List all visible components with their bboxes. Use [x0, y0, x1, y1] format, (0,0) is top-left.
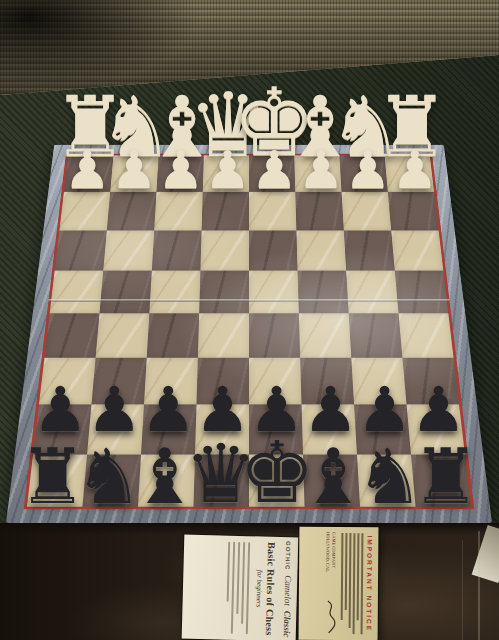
square-a5[interactable]	[44, 313, 99, 358]
signature-scribble	[324, 599, 338, 635]
square-c5[interactable]	[147, 313, 199, 358]
square-b5[interactable]	[96, 313, 150, 358]
piece-white-pawn-e2[interactable]: ♟	[251, 144, 298, 196]
fine-print-line	[361, 533, 363, 634]
square-e5[interactable]	[249, 313, 300, 358]
fine-print-line	[241, 542, 245, 624]
piece-black-rook-h8[interactable]: ♜	[412, 439, 480, 515]
brand-camelot: Camelot	[283, 575, 294, 606]
notice-card-content: IMPORTANT NOTICE GAME COMPANY HOLLYWOOD,…	[299, 527, 379, 640]
fine-print-line	[341, 533, 343, 620]
piece-white-pawn-g2[interactable]: ♟	[345, 144, 392, 196]
square-d4[interactable]	[199, 271, 249, 313]
brand-classic: Classic	[282, 611, 293, 638]
fold-seam	[48, 299, 449, 302]
piece-white-pawn-h2[interactable]: ♟	[391, 144, 438, 196]
square-g4[interactable]	[346, 271, 398, 313]
square-h3[interactable]	[391, 230, 443, 270]
groove-line-2	[462, 540, 463, 640]
square-h4[interactable]	[395, 271, 449, 313]
square-g5[interactable]	[349, 313, 403, 358]
square-c4[interactable]	[149, 271, 200, 313]
notice-card: IMPORTANT NOTICE GAME COMPANY HOLLYWOOD,…	[299, 527, 379, 640]
square-b4[interactable]	[100, 271, 152, 313]
square-e4[interactable]	[249, 271, 299, 313]
piece-white-pawn-a2[interactable]: ♟	[64, 144, 111, 196]
square-h5[interactable]	[398, 313, 453, 358]
square-g3[interactable]	[344, 230, 395, 270]
fine-print-line	[246, 542, 250, 634]
square-f5[interactable]	[299, 313, 351, 358]
rules-card-content: GOTHIC Camelot Classic Basic Rules of Ch…	[182, 535, 299, 640]
fine-print-line	[227, 542, 231, 602]
fine-print-line	[349, 533, 351, 628]
rules-card-subtitle: for beginners	[254, 536, 265, 640]
rules-card: GOTHIC Camelot Classic Basic Rules of Ch…	[182, 535, 299, 640]
square-f4[interactable]	[298, 271, 349, 313]
square-a3[interactable]	[55, 230, 107, 270]
fine-print-line	[353, 533, 355, 634]
fine-print-line	[345, 533, 347, 610]
square-b3[interactable]	[103, 230, 154, 270]
fine-print-line	[231, 542, 235, 634]
groove-line	[478, 531, 480, 640]
square-c3[interactable]	[152, 230, 202, 270]
piece-white-pawn-c2[interactable]: ♟	[157, 144, 204, 196]
square-f3[interactable]	[296, 230, 346, 270]
fine-print-line	[357, 533, 359, 620]
square-d5[interactable]	[198, 313, 249, 358]
notice-company-line: GAME COMPANY	[331, 532, 336, 569]
rules-card-title: Basic Rules of Chess	[264, 537, 278, 640]
square-e3[interactable]	[249, 230, 298, 270]
piece-white-pawn-b2[interactable]: ♟	[111, 144, 158, 196]
photo-scene: ♜♞♝♛♚♝♞♜♟♟♟♟♟♟♟♟♟♟♟♟♟♟♟♟♜♞♝♛♚♝♞♜ GOTHIC …	[0, 0, 499, 640]
notice-card-footer: GAME COMPANY HOLLYWOOD, CAL.	[324, 532, 339, 635]
piece-white-pawn-f2[interactable]: ♟	[298, 144, 345, 196]
piece-white-pawn-d2[interactable]: ♟	[204, 144, 251, 196]
fine-print-line	[236, 542, 240, 614]
square-d3[interactable]	[200, 230, 249, 270]
notice-card-heading: IMPORTANT NOTICE	[366, 527, 374, 640]
notice-city-line: HOLLYWOOD, CAL.	[325, 532, 330, 573]
square-a4[interactable]	[50, 271, 104, 313]
brand-gothic: GOTHIC	[284, 541, 291, 570]
brand-row: GOTHIC Camelot Classic	[282, 537, 295, 640]
